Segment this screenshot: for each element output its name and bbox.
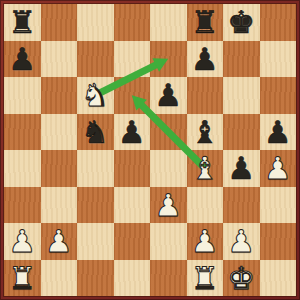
piece-bN-c5[interactable]: ♞ — [77, 114, 114, 151]
square-f2[interactable]: ♟ — [187, 223, 224, 260]
square-c8[interactable] — [77, 4, 114, 41]
square-e2[interactable] — [150, 223, 187, 260]
square-g5[interactable] — [223, 114, 260, 151]
piece-wK-g1[interactable]: ♚ — [223, 260, 260, 297]
square-h7[interactable] — [260, 41, 297, 78]
piece-wP-e3[interactable]: ♟ — [150, 187, 187, 224]
piece-wP-h4[interactable]: ♟ — [260, 150, 297, 187]
square-a3[interactable] — [4, 187, 41, 224]
piece-wB-f4[interactable]: ♝ — [187, 150, 224, 187]
square-c6[interactable]: ♞ — [77, 77, 114, 114]
square-c1[interactable] — [77, 260, 114, 297]
square-d2[interactable] — [114, 223, 151, 260]
square-a7[interactable]: ♟ — [4, 41, 41, 78]
piece-wR-f1[interactable]: ♜ — [187, 260, 224, 297]
square-b4[interactable] — [41, 150, 78, 187]
square-e8[interactable] — [150, 4, 187, 41]
square-a4[interactable] — [4, 150, 41, 187]
square-b3[interactable] — [41, 187, 78, 224]
square-b8[interactable] — [41, 4, 78, 41]
piece-bK-g8[interactable]: ♚ — [223, 4, 260, 41]
square-g7[interactable] — [223, 41, 260, 78]
square-d5[interactable]: ♟ — [114, 114, 151, 151]
square-d3[interactable] — [114, 187, 151, 224]
square-g8[interactable]: ♚ — [223, 4, 260, 41]
square-b6[interactable] — [41, 77, 78, 114]
square-a6[interactable] — [4, 77, 41, 114]
square-e1[interactable] — [150, 260, 187, 297]
square-g2[interactable]: ♟ — [223, 223, 260, 260]
square-b7[interactable] — [41, 41, 78, 78]
square-d1[interactable] — [114, 260, 151, 297]
square-f3[interactable] — [187, 187, 224, 224]
square-f4[interactable]: ♝ — [187, 150, 224, 187]
square-b1[interactable] — [41, 260, 78, 297]
chess-board: ♜♜♚♟♟♞♟♞♟♝♟♝♟♟♟♟♟♟♟♜♜♚ — [4, 4, 296, 296]
square-d7[interactable] — [114, 41, 151, 78]
square-g6[interactable] — [223, 77, 260, 114]
piece-bP-f7[interactable]: ♟ — [187, 41, 224, 78]
square-c4[interactable] — [77, 150, 114, 187]
square-b5[interactable] — [41, 114, 78, 151]
square-h2[interactable] — [260, 223, 297, 260]
square-f8[interactable]: ♜ — [187, 4, 224, 41]
square-e7[interactable] — [150, 41, 187, 78]
square-b2[interactable]: ♟ — [41, 223, 78, 260]
piece-bP-a7[interactable]: ♟ — [4, 41, 41, 78]
square-g3[interactable] — [223, 187, 260, 224]
square-f6[interactable] — [187, 77, 224, 114]
square-c3[interactable] — [77, 187, 114, 224]
square-f5[interactable]: ♝ — [187, 114, 224, 151]
piece-wP-b2[interactable]: ♟ — [41, 223, 78, 260]
square-f1[interactable]: ♜ — [187, 260, 224, 297]
piece-bP-g4[interactable]: ♟ — [223, 150, 260, 187]
square-d8[interactable] — [114, 4, 151, 41]
square-e3[interactable]: ♟ — [150, 187, 187, 224]
piece-wN-c6[interactable]: ♞ — [77, 77, 114, 114]
square-h4[interactable]: ♟ — [260, 150, 297, 187]
square-a5[interactable] — [4, 114, 41, 151]
square-a1[interactable]: ♜ — [4, 260, 41, 297]
square-g1[interactable]: ♚ — [223, 260, 260, 297]
piece-bR-a8[interactable]: ♜ — [4, 4, 41, 41]
square-g4[interactable]: ♟ — [223, 150, 260, 187]
square-e5[interactable] — [150, 114, 187, 151]
piece-bB-f5[interactable]: ♝ — [187, 114, 224, 151]
piece-bP-h5[interactable]: ♟ — [260, 114, 297, 151]
piece-wP-f2[interactable]: ♟ — [187, 223, 224, 260]
piece-wP-g2[interactable]: ♟ — [223, 223, 260, 260]
square-d4[interactable] — [114, 150, 151, 187]
square-c5[interactable]: ♞ — [77, 114, 114, 151]
square-h1[interactable] — [260, 260, 297, 297]
square-f7[interactable]: ♟ — [187, 41, 224, 78]
square-c2[interactable] — [77, 223, 114, 260]
square-h3[interactable] — [260, 187, 297, 224]
square-a2[interactable]: ♟ — [4, 223, 41, 260]
chess-app: ♜♜♚♟♟♞♟♞♟♝♟♝♟♟♟♟♟♟♟♜♜♚ — [0, 0, 300, 300]
square-h6[interactable] — [260, 77, 297, 114]
piece-bP-d5[interactable]: ♟ — [114, 114, 151, 151]
square-c7[interactable] — [77, 41, 114, 78]
square-e6[interactable]: ♟ — [150, 77, 187, 114]
square-h8[interactable] — [260, 4, 297, 41]
piece-bR-f8[interactable]: ♜ — [187, 4, 224, 41]
piece-bP-e6[interactable]: ♟ — [150, 77, 187, 114]
piece-wP-a2[interactable]: ♟ — [4, 223, 41, 260]
square-d6[interactable] — [114, 77, 151, 114]
square-h5[interactable]: ♟ — [260, 114, 297, 151]
piece-wR-a1[interactable]: ♜ — [4, 260, 41, 297]
square-e4[interactable] — [150, 150, 187, 187]
square-a8[interactable]: ♜ — [4, 4, 41, 41]
